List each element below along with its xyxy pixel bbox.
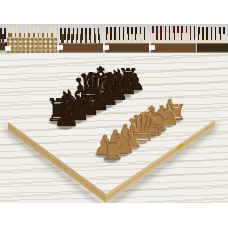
- photo: ♜♞♟♝♟♚♟♛♟♟♝♟♟♞♜♟♟♜♞♟♟♝♟♚♟♛♟♝♟♞♟♜: [0, 24, 228, 203]
- case-seam: [9, 126, 106, 199]
- board-side-faces: [0, 24, 228, 203]
- board-side-right: [106, 120, 215, 203]
- case-seam: [106, 124, 214, 199]
- product-photo-canvas: ♜♞♟♝♟♚♟♛♟♟♝♟♟♞♜♟♟♜♞♟♟♝♟♚♟♛♟♝♟♞♟♜: [0, 0, 228, 228]
